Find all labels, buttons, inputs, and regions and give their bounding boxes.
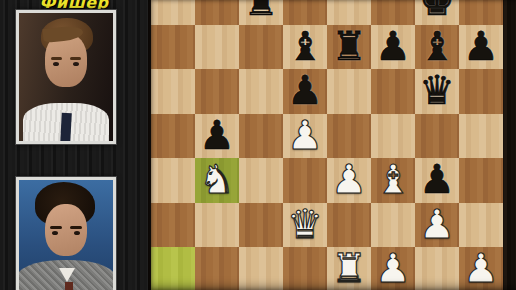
square-g5[interactable] xyxy=(415,114,459,159)
piece-black-pawn[interactable]: ♟ xyxy=(199,113,235,157)
square-f4[interactable]: ♝ xyxy=(371,158,415,203)
square-d6[interactable]: ♟ xyxy=(283,69,327,114)
square-g3[interactable]: ♟ xyxy=(415,203,459,248)
player-photo-bottom xyxy=(16,177,116,290)
square-a3[interactable] xyxy=(151,203,195,248)
piece-white-pawn[interactable]: ♟ xyxy=(287,113,323,157)
square-c8[interactable]: ♜ xyxy=(239,0,283,25)
square-g7[interactable]: ♝ xyxy=(415,25,459,70)
face-shape xyxy=(45,204,87,256)
square-e4[interactable]: ♟ xyxy=(327,158,371,203)
square-h2[interactable]: ♟ xyxy=(459,247,503,290)
square-c7[interactable] xyxy=(239,25,283,70)
piece-white-rook[interactable]: ♜ xyxy=(331,246,367,290)
square-f5[interactable] xyxy=(371,114,415,159)
tie-shape xyxy=(65,282,73,290)
square-g2[interactable] xyxy=(415,247,459,290)
square-h8[interactable] xyxy=(459,0,503,25)
square-g4[interactable]: ♟ xyxy=(415,158,459,203)
piece-black-rook[interactable]: ♜ xyxy=(243,0,279,23)
square-a5[interactable] xyxy=(151,114,195,159)
chess-board-frame: ♜♚♝♜♟♝♟♟♛♟♟♞♟♝♟♛♟♜♟♟ xyxy=(148,0,516,290)
square-f8[interactable] xyxy=(371,0,415,25)
piece-white-pawn[interactable]: ♟ xyxy=(419,202,455,246)
square-h5[interactable] xyxy=(459,114,503,159)
square-b8[interactable] xyxy=(195,0,239,25)
piece-white-pawn[interactable]: ♟ xyxy=(331,157,367,201)
square-d2[interactable] xyxy=(283,247,327,290)
square-f2[interactable]: ♟ xyxy=(371,247,415,290)
portrait-fischer xyxy=(19,13,113,141)
square-d5[interactable]: ♟ xyxy=(283,114,327,159)
square-h6[interactable] xyxy=(459,69,503,114)
square-b4[interactable]: ♞ xyxy=(195,158,239,203)
piece-white-queen[interactable]: ♛ xyxy=(287,202,323,246)
square-c4[interactable] xyxy=(239,158,283,203)
square-e7[interactable]: ♜ xyxy=(327,25,371,70)
square-b2[interactable] xyxy=(195,247,239,290)
square-d8[interactable] xyxy=(283,0,327,25)
piece-black-queen[interactable]: ♛ xyxy=(419,68,455,112)
square-f7[interactable]: ♟ xyxy=(371,25,415,70)
piece-black-pawn[interactable]: ♟ xyxy=(463,24,499,68)
square-a4[interactable] xyxy=(151,158,195,203)
square-b5[interactable]: ♟ xyxy=(195,114,239,159)
square-e8[interactable] xyxy=(327,0,371,25)
piece-black-bishop[interactable]: ♝ xyxy=(419,24,455,68)
square-f3[interactable] xyxy=(371,203,415,248)
piece-white-knight[interactable]: ♞ xyxy=(199,157,235,201)
piece-black-bishop[interactable]: ♝ xyxy=(287,24,323,68)
square-e5[interactable] xyxy=(327,114,371,159)
square-a8[interactable] xyxy=(151,0,195,25)
square-d4[interactable] xyxy=(283,158,327,203)
piece-black-pawn[interactable]: ♟ xyxy=(375,24,411,68)
tie-shape xyxy=(60,113,72,143)
square-c2[interactable] xyxy=(239,247,283,290)
square-g6[interactable]: ♛ xyxy=(415,69,459,114)
player-photo-top xyxy=(16,10,116,144)
screenshot-stage: Фишер xyxy=(0,0,516,290)
piece-black-rook[interactable]: ♜ xyxy=(331,24,367,68)
square-a2[interactable] xyxy=(151,247,195,290)
piece-black-pawn[interactable]: ♟ xyxy=(419,157,455,201)
square-h3[interactable] xyxy=(459,203,503,248)
piece-white-pawn[interactable]: ♟ xyxy=(375,246,411,290)
square-c6[interactable] xyxy=(239,69,283,114)
square-b6[interactable] xyxy=(195,69,239,114)
piece-white-pawn[interactable]: ♟ xyxy=(463,246,499,290)
chess-board[interactable]: ♜♚♝♜♟♝♟♟♛♟♟♞♟♝♟♛♟♜♟♟ xyxy=(151,0,503,290)
square-h7[interactable]: ♟ xyxy=(459,25,503,70)
portrait-spassky xyxy=(19,180,113,290)
square-b3[interactable] xyxy=(195,203,239,248)
square-a7[interactable] xyxy=(151,25,195,70)
square-f6[interactable] xyxy=(371,69,415,114)
players-panel: Фишер xyxy=(0,0,148,290)
square-e3[interactable] xyxy=(327,203,371,248)
square-d3[interactable]: ♛ xyxy=(283,203,327,248)
square-e2[interactable]: ♜ xyxy=(327,247,371,290)
square-c5[interactable] xyxy=(239,114,283,159)
piece-white-bishop[interactable]: ♝ xyxy=(375,157,411,201)
square-h4[interactable] xyxy=(459,158,503,203)
square-e6[interactable] xyxy=(327,69,371,114)
square-a6[interactable] xyxy=(151,69,195,114)
square-b7[interactable] xyxy=(195,25,239,70)
square-g8[interactable]: ♚ xyxy=(415,0,459,25)
square-c3[interactable] xyxy=(239,203,283,248)
piece-black-king[interactable]: ♚ xyxy=(419,0,455,23)
piece-black-pawn[interactable]: ♟ xyxy=(287,68,323,112)
square-d7[interactable]: ♝ xyxy=(283,25,327,70)
